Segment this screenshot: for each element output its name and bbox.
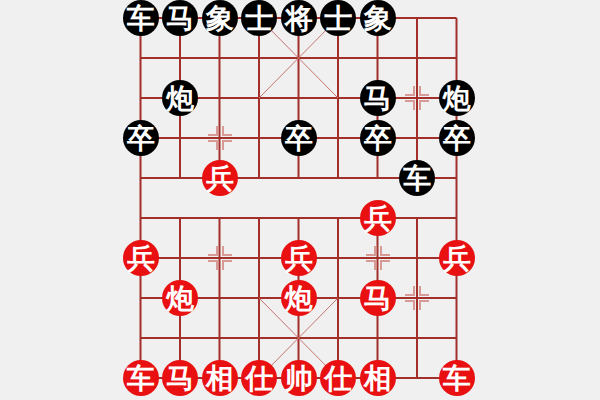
marker-corner	[419, 86, 429, 96]
xiangqi-board: 车马象士将士象炮马炮卒卒卒卒车兵兵兵兵兵炮炮马车马相仕帅仕相车	[0, 0, 600, 400]
piece-black-soldier[interactable]: 卒	[360, 120, 396, 156]
marker-corner	[366, 260, 376, 270]
piece-black-soldier[interactable]: 卒	[439, 120, 475, 156]
marker-corner	[222, 260, 232, 270]
piece-red-soldier[interactable]: 兵	[123, 240, 159, 276]
piece-black-chariot[interactable]: 车	[123, 0, 159, 36]
piece-black-chariot[interactable]: 车	[399, 160, 435, 196]
marker-corner	[208, 246, 218, 256]
piece-black-elephant[interactable]: 象	[360, 0, 396, 36]
piece-black-cannon[interactable]: 炮	[439, 80, 475, 116]
marker-corner	[380, 246, 390, 256]
marker-corner	[222, 140, 232, 150]
piece-red-chariot[interactable]: 车	[439, 360, 475, 396]
point-marker	[208, 246, 232, 270]
piece-black-advisor[interactable]: 士	[241, 0, 277, 36]
marker-corner	[419, 286, 429, 296]
marker-corner	[366, 246, 376, 256]
point-marker	[208, 126, 232, 150]
piece-black-horse[interactable]: 马	[360, 80, 396, 116]
marker-corner	[208, 260, 218, 270]
marker-corner	[222, 126, 232, 136]
point-marker	[366, 246, 390, 270]
point-marker	[405, 86, 429, 110]
marker-corner	[405, 100, 415, 110]
piece-black-general[interactable]: 将	[281, 0, 317, 36]
piece-red-general[interactable]: 帅	[281, 360, 317, 396]
piece-black-advisor[interactable]: 士	[320, 0, 356, 36]
marker-corner	[419, 100, 429, 110]
marker-corner	[419, 300, 429, 310]
piece-red-soldier[interactable]: 兵	[202, 160, 238, 196]
piece-red-chariot[interactable]: 车	[123, 360, 159, 396]
marker-corner	[208, 140, 218, 150]
marker-corner	[222, 246, 232, 256]
piece-black-elephant[interactable]: 象	[202, 0, 238, 36]
marker-corner	[208, 126, 218, 136]
piece-red-soldier[interactable]: 兵	[439, 240, 475, 276]
piece-red-elephant[interactable]: 相	[360, 360, 396, 396]
marker-corner	[380, 260, 390, 270]
marker-corner	[405, 86, 415, 96]
piece-red-soldier[interactable]: 兵	[360, 200, 396, 236]
marker-corner	[405, 300, 415, 310]
piece-black-soldier[interactable]: 卒	[281, 120, 317, 156]
piece-red-soldier[interactable]: 兵	[281, 240, 317, 276]
piece-black-horse[interactable]: 马	[162, 0, 198, 36]
pieces-grid: 车马象士将士象炮马炮卒卒卒卒车兵兵兵兵兵炮炮马车马相仕帅仕相车	[121, 0, 477, 398]
point-marker	[405, 286, 429, 310]
piece-red-advisor[interactable]: 仕	[241, 360, 277, 396]
piece-red-horse[interactable]: 马	[360, 280, 396, 316]
piece-red-elephant[interactable]: 相	[202, 360, 238, 396]
piece-red-horse[interactable]: 马	[162, 360, 198, 396]
piece-black-soldier[interactable]: 卒	[123, 120, 159, 156]
piece-red-cannon[interactable]: 炮	[281, 280, 317, 316]
marker-corner	[405, 286, 415, 296]
piece-black-cannon[interactable]: 炮	[162, 80, 198, 116]
piece-red-advisor[interactable]: 仕	[320, 360, 356, 396]
piece-red-cannon[interactable]: 炮	[162, 280, 198, 316]
